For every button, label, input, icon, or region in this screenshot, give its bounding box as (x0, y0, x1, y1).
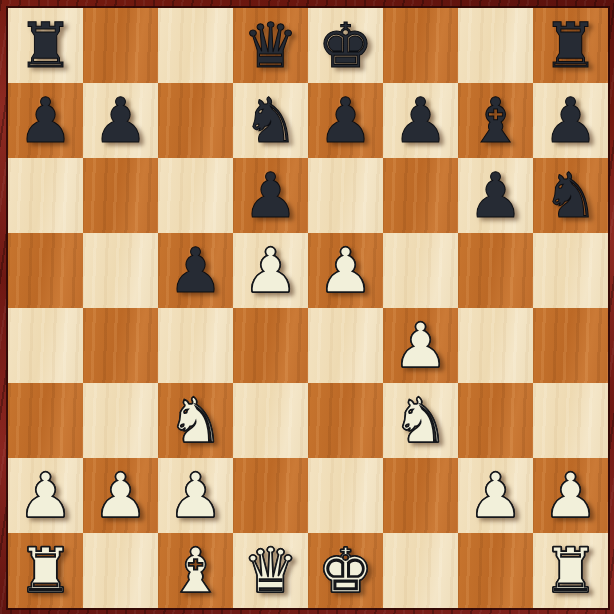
square-b8[interactable] (83, 8, 158, 83)
white-pawn[interactable]: ♟ (383, 308, 458, 383)
black-rook[interactable]: ♜ (8, 8, 83, 83)
white-rook[interactable]: ♜ (533, 533, 608, 608)
square-c1[interactable]: ♝ (158, 533, 233, 608)
white-knight[interactable]: ♞ (383, 383, 458, 458)
square-d5[interactable]: ♟ (233, 233, 308, 308)
black-king[interactable]: ♚ (308, 8, 383, 83)
white-rook[interactable]: ♜ (8, 533, 83, 608)
square-b5[interactable] (83, 233, 158, 308)
white-king[interactable]: ♚ (308, 533, 383, 608)
white-pawn[interactable]: ♟ (158, 458, 233, 533)
square-d3[interactable] (233, 383, 308, 458)
square-e8[interactable]: ♚ (308, 8, 383, 83)
black-pawn[interactable]: ♟ (458, 158, 533, 233)
square-h7[interactable]: ♟ (533, 83, 608, 158)
square-c8[interactable] (158, 8, 233, 83)
square-f5[interactable] (383, 233, 458, 308)
black-pawn[interactable]: ♟ (233, 158, 308, 233)
square-g8[interactable] (458, 8, 533, 83)
white-queen[interactable]: ♛ (233, 533, 308, 608)
black-pawn[interactable]: ♟ (383, 83, 458, 158)
square-a5[interactable] (8, 233, 83, 308)
black-knight[interactable]: ♞ (533, 158, 608, 233)
square-e1[interactable]: ♚ (308, 533, 383, 608)
square-e4[interactable] (308, 308, 383, 383)
square-f6[interactable] (383, 158, 458, 233)
square-h3[interactable] (533, 383, 608, 458)
black-pawn[interactable]: ♟ (158, 233, 233, 308)
square-g2[interactable]: ♟ (458, 458, 533, 533)
chess-board: ♜♛♚♜♟♟♞♟♟♝♟♟♟♞♟♟♟♟♞♞♟♟♟♟♟♜♝♛♚♜ (8, 8, 608, 608)
square-e6[interactable] (308, 158, 383, 233)
white-pawn[interactable]: ♟ (458, 458, 533, 533)
square-d2[interactable] (233, 458, 308, 533)
square-h4[interactable] (533, 308, 608, 383)
black-pawn[interactable]: ♟ (83, 83, 158, 158)
square-f4[interactable]: ♟ (383, 308, 458, 383)
square-c7[interactable] (158, 83, 233, 158)
square-g4[interactable] (458, 308, 533, 383)
square-d4[interactable] (233, 308, 308, 383)
white-pawn[interactable]: ♟ (533, 458, 608, 533)
square-a4[interactable] (8, 308, 83, 383)
white-bishop[interactable]: ♝ (158, 533, 233, 608)
black-rook[interactable]: ♜ (533, 8, 608, 83)
square-h6[interactable]: ♞ (533, 158, 608, 233)
board-frame: ♜♛♚♜♟♟♞♟♟♝♟♟♟♞♟♟♟♟♞♞♟♟♟♟♟♜♝♛♚♜ (0, 0, 614, 614)
square-a1[interactable]: ♜ (8, 533, 83, 608)
square-a2[interactable]: ♟ (8, 458, 83, 533)
square-f7[interactable]: ♟ (383, 83, 458, 158)
square-d6[interactable]: ♟ (233, 158, 308, 233)
square-f2[interactable] (383, 458, 458, 533)
black-queen[interactable]: ♛ (233, 8, 308, 83)
square-b4[interactable] (83, 308, 158, 383)
square-e3[interactable] (308, 383, 383, 458)
square-b7[interactable]: ♟ (83, 83, 158, 158)
square-c2[interactable]: ♟ (158, 458, 233, 533)
square-c6[interactable] (158, 158, 233, 233)
white-pawn[interactable]: ♟ (83, 458, 158, 533)
square-a3[interactable] (8, 383, 83, 458)
square-g6[interactable]: ♟ (458, 158, 533, 233)
square-b2[interactable]: ♟ (83, 458, 158, 533)
white-pawn[interactable]: ♟ (233, 233, 308, 308)
square-a8[interactable]: ♜ (8, 8, 83, 83)
square-h1[interactable]: ♜ (533, 533, 608, 608)
square-c3[interactable]: ♞ (158, 383, 233, 458)
square-f1[interactable] (383, 533, 458, 608)
square-e5[interactable]: ♟ (308, 233, 383, 308)
square-g7[interactable]: ♝ (458, 83, 533, 158)
square-a6[interactable] (8, 158, 83, 233)
square-f3[interactable]: ♞ (383, 383, 458, 458)
square-e7[interactable]: ♟ (308, 83, 383, 158)
black-bishop[interactable]: ♝ (458, 83, 533, 158)
black-pawn[interactable]: ♟ (8, 83, 83, 158)
square-g3[interactable] (458, 383, 533, 458)
black-pawn[interactable]: ♟ (533, 83, 608, 158)
square-d1[interactable]: ♛ (233, 533, 308, 608)
white-pawn[interactable]: ♟ (308, 233, 383, 308)
white-knight[interactable]: ♞ (158, 383, 233, 458)
square-e2[interactable] (308, 458, 383, 533)
square-g5[interactable] (458, 233, 533, 308)
white-pawn[interactable]: ♟ (8, 458, 83, 533)
square-b1[interactable] (83, 533, 158, 608)
square-c4[interactable] (158, 308, 233, 383)
square-g1[interactable] (458, 533, 533, 608)
square-f8[interactable] (383, 8, 458, 83)
square-d8[interactable]: ♛ (233, 8, 308, 83)
square-h5[interactable] (533, 233, 608, 308)
square-c5[interactable]: ♟ (158, 233, 233, 308)
black-pawn[interactable]: ♟ (308, 83, 383, 158)
square-h8[interactable]: ♜ (533, 8, 608, 83)
square-d7[interactable]: ♞ (233, 83, 308, 158)
black-knight[interactable]: ♞ (233, 83, 308, 158)
square-a7[interactable]: ♟ (8, 83, 83, 158)
square-b3[interactable] (83, 383, 158, 458)
square-h2[interactable]: ♟ (533, 458, 608, 533)
square-b6[interactable] (83, 158, 158, 233)
